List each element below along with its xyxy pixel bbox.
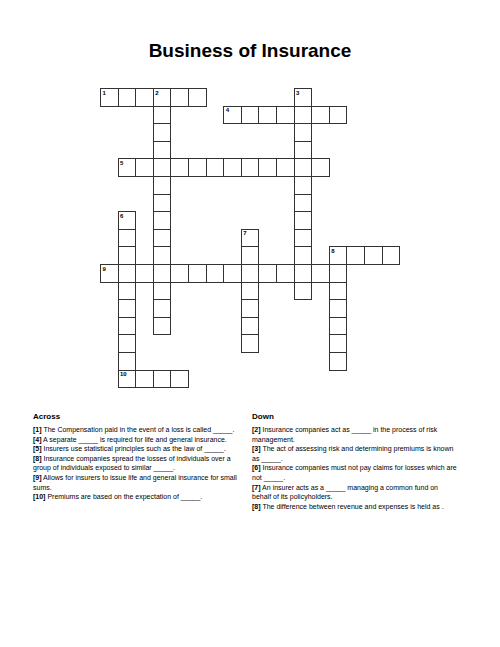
grid-cell-r10c6 [206,264,225,283]
grid-cell-r6c3 [153,194,172,213]
grid-cell-r13c1 [118,317,137,336]
grid-cell-r1c7: 4 [223,106,242,125]
grid-cell-r4c11 [294,158,313,177]
grid-cell-r5c3 [153,176,172,195]
grid-cell-r1c13 [329,106,348,125]
grid-cell-r16c1: 10 [118,370,137,389]
grid-cell-r1c3 [153,106,172,125]
down-clue-list: [2] Insurance companies act as _____ in … [252,425,459,511]
grid-cell-r0c3: 2 [153,88,172,107]
down-clue-number: [2] [252,426,261,433]
grid-cell-r10c8 [241,264,260,283]
grid-cell-r1c8 [241,106,260,125]
across-header: Across [33,412,250,421]
cell-number-9: 9 [103,266,106,273]
across-clue-8: [8] Insurance companies spread the losse… [33,454,250,473]
down-clue-7: [7] An insurer acts as a _____ managing … [252,483,459,502]
grid-cell-r1c10 [276,106,295,125]
grid-cell-r9c16 [382,246,401,265]
grid-cell-r10c0: 9 [100,264,119,283]
grid-cell-r4c5 [188,158,207,177]
down-clue-number: [7] [252,484,261,491]
down-clue-number: [3] [252,445,261,452]
grid-cell-r4c1: 5 [118,158,137,177]
down-clue-6: [6] Insurance companies must not pay cla… [252,463,459,482]
grid-cell-r12c8 [241,299,260,318]
down-clue-8: [8] The difference between revenue and e… [252,502,459,512]
grid-cell-r3c11 [294,141,313,160]
grid-cell-r4c4 [170,158,189,177]
grid-cell-r8c11 [294,229,313,248]
grid-cell-r1c12 [311,106,330,125]
grid-cell-r8c1 [118,229,137,248]
grid-cell-r0c4 [170,88,189,107]
grid-cell-r12c13 [329,299,348,318]
grid-cell-r10c5 [188,264,207,283]
down-clue-2: [2] Insurance companies act as _____ in … [252,425,459,444]
grid-cell-r9c11 [294,246,313,265]
grid-cell-r15c13 [329,352,348,371]
grid-cell-r8c8: 7 [241,229,260,248]
across-clue-9: [9] Allows for insurers to issue life an… [33,473,250,492]
crossword-grid: 12345678910 [100,88,402,390]
grid-cell-r0c1 [118,88,137,107]
grid-cell-r4c10 [276,158,295,177]
cell-number-5: 5 [120,160,123,167]
across-clue-number: [1] [33,426,42,433]
grid-cell-r5c11 [294,176,313,195]
cell-number-6: 6 [120,213,123,220]
grid-cell-r14c1 [118,334,137,353]
grid-cell-r16c4 [170,370,189,389]
grid-cell-r4c8 [241,158,260,177]
across-clue-list: [1] The Compensation paid in the event o… [33,425,250,502]
grid-cell-r4c3 [153,158,172,177]
across-clue-10: [10] Premiums are based on the expectati… [33,492,250,502]
grid-cell-r12c3 [153,299,172,318]
grid-cell-r10c9 [258,264,277,283]
grid-cell-r2c11 [294,123,313,142]
grid-cell-r11c8 [241,282,260,301]
down-clue-number: [8] [252,503,261,510]
grid-cell-r9c3 [153,246,172,265]
cell-number-4: 4 [226,107,229,114]
cell-number-2: 2 [155,90,158,97]
grid-cell-r0c11: 3 [294,88,313,107]
grid-cell-r16c3 [153,370,172,389]
grid-cell-r10c3 [153,264,172,283]
grid-cell-r10c10 [276,264,295,283]
grid-cell-r1c11 [294,106,313,125]
cell-number-7: 7 [243,230,246,237]
grid-cell-r8c3 [153,229,172,248]
grid-cell-r0c0: 1 [100,88,119,107]
across-clues-section: Across [1] The Compensation paid in the … [33,412,250,502]
down-clue-number: [6] [252,464,261,471]
grid-cell-r9c13: 8 [329,246,348,265]
puzzle-title: Business of Insurance [0,40,500,62]
grid-cell-r10c13 [329,264,348,283]
across-clue-number: [4] [33,436,42,443]
across-clue-number: [9] [33,474,42,481]
grid-cell-r9c1 [118,246,137,265]
cell-number-8: 8 [331,248,334,255]
grid-cell-r14c13 [329,334,348,353]
grid-cell-r4c2 [135,158,154,177]
down-clues-section: Down [2] Insurance companies act as ____… [252,412,459,511]
grid-cell-r10c4 [170,264,189,283]
grid-cell-r4c6 [206,158,225,177]
grid-cell-r7c11 [294,211,313,230]
grid-cell-r0c2 [135,88,154,107]
grid-cell-r10c7 [223,264,242,283]
grid-cell-r10c12 [311,264,330,283]
grid-cell-r4c12 [311,158,330,177]
across-clue-1: [1] The Compensation paid in the event o… [33,425,250,435]
cell-number-3: 3 [296,90,299,97]
grid-cell-r10c11 [294,264,313,283]
grid-cell-r10c2 [135,264,154,283]
across-clue-number: [8] [33,455,42,462]
grid-cell-r11c3 [153,282,172,301]
grid-cell-r9c15 [364,246,383,265]
grid-cell-r13c8 [241,317,260,336]
across-clue-5: [5] Insurers use statistical principles … [33,444,250,454]
grid-cell-r13c3 [153,317,172,336]
across-clue-number: [10] [33,493,45,500]
grid-cell-r12c1 [118,299,137,318]
grid-cell-r11c1 [118,282,137,301]
grid-cell-r3c3 [153,141,172,160]
grid-cell-r6c11 [294,194,313,213]
grid-cell-r0c5 [188,88,207,107]
grid-cell-r4c9 [258,158,277,177]
grid-cell-r15c1 [118,352,137,371]
grid-cell-r7c1: 6 [118,211,137,230]
across-clue-number: [5] [33,445,42,452]
grid-cell-r11c13 [329,282,348,301]
cell-number-1: 1 [103,90,106,97]
cell-number-10: 10 [120,371,126,378]
grid-cell-r9c8 [241,246,260,265]
grid-cell-r1c9 [258,106,277,125]
grid-cell-r11c11 [294,282,313,301]
grid-cell-r16c2 [135,370,154,389]
down-header: Down [252,412,459,421]
across-clue-4: [4] A separate _____ is required for lif… [33,435,250,445]
grid-cell-r9c14 [346,246,365,265]
grid-cell-r2c3 [153,123,172,142]
grid-cell-r13c13 [329,317,348,336]
grid-cell-r4c7 [223,158,242,177]
grid-cell-r7c3 [153,211,172,230]
grid-cell-r14c8 [241,334,260,353]
grid-cell-r10c1 [118,264,137,283]
down-clue-3: [3] The act of assessing risk and determ… [252,444,459,463]
